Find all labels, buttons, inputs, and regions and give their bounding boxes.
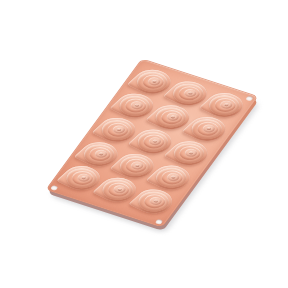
product-photo bbox=[0, 0, 288, 288]
